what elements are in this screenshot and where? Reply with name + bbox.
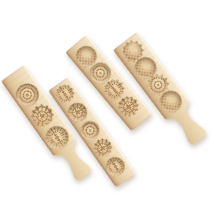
mold-cavity-2-5 (102, 153, 128, 179)
product-photo (0, 0, 220, 220)
mold-cavity-1-1 (11, 78, 43, 110)
